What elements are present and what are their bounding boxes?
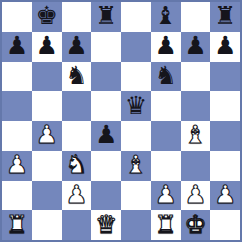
square-b7[interactable]: ♟: [32, 32, 62, 62]
square-g2[interactable]: ♟: [181, 181, 211, 211]
square-e8[interactable]: [121, 2, 151, 32]
white-pawn-b4: ♟: [35, 122, 57, 147]
white-rook-a1: ♜: [6, 212, 28, 237]
square-c3[interactable]: ♞: [62, 151, 92, 181]
square-d5[interactable]: [91, 91, 121, 121]
square-f7[interactable]: ♟: [151, 32, 181, 62]
white-pawn-a3: ♟: [6, 152, 28, 177]
white-rook-f1: ♜: [154, 212, 176, 237]
black-rook-d8: ♜: [95, 3, 117, 28]
white-knight-c3: ♞: [65, 152, 87, 177]
square-h2[interactable]: ♟: [210, 181, 240, 211]
black-knight-f6: ♞: [154, 63, 176, 88]
square-g4[interactable]: ♝: [181, 121, 211, 151]
black-pawn-a7: ♟: [6, 33, 28, 58]
black-pawn-c7: ♟: [65, 33, 87, 58]
square-b4[interactable]: ♟: [32, 121, 62, 151]
square-g5[interactable]: [181, 91, 211, 121]
square-a7[interactable]: ♟: [2, 32, 32, 62]
square-d8[interactable]: ♜: [91, 2, 121, 32]
square-h8[interactable]: ♜: [210, 2, 240, 32]
black-pawn-d4: ♟: [95, 122, 117, 147]
white-pawn-h2: ♟: [214, 182, 236, 207]
square-f5[interactable]: [151, 91, 181, 121]
square-b3[interactable]: [32, 151, 62, 181]
square-e3[interactable]: ♝: [121, 151, 151, 181]
square-d2[interactable]: [91, 181, 121, 211]
black-pawn-b7: ♟: [35, 33, 57, 58]
square-c7[interactable]: ♟: [62, 32, 92, 62]
square-h4[interactable]: [210, 121, 240, 151]
square-h5[interactable]: [210, 91, 240, 121]
square-e6[interactable]: [121, 62, 151, 92]
square-f4[interactable]: [151, 121, 181, 151]
square-c2[interactable]: ♟: [62, 181, 92, 211]
white-pawn-g2: ♟: [184, 182, 206, 207]
white-king-g1: ♚: [184, 212, 206, 237]
square-h7[interactable]: ♟: [210, 32, 240, 62]
square-h6[interactable]: [210, 62, 240, 92]
square-f8[interactable]: ♝: [151, 2, 181, 32]
square-d6[interactable]: [91, 62, 121, 92]
square-d3[interactable]: [91, 151, 121, 181]
square-e5[interactable]: ♛: [121, 91, 151, 121]
square-a5[interactable]: [2, 91, 32, 121]
black-king-b8: ♚: [35, 3, 57, 28]
square-c4[interactable]: [62, 121, 92, 151]
square-g6[interactable]: [181, 62, 211, 92]
square-d7[interactable]: [91, 32, 121, 62]
square-a3[interactable]: ♟: [2, 151, 32, 181]
white-bishop-e3: ♝: [125, 152, 147, 177]
square-e1[interactable]: [121, 210, 151, 240]
square-h1[interactable]: [210, 210, 240, 240]
square-g8[interactable]: [181, 2, 211, 32]
square-e2[interactable]: [121, 181, 151, 211]
square-b5[interactable]: [32, 91, 62, 121]
square-a1[interactable]: ♜: [2, 210, 32, 240]
black-pawn-g7: ♟: [184, 33, 206, 58]
square-e4[interactable]: [121, 121, 151, 151]
square-b6[interactable]: [32, 62, 62, 92]
black-pawn-h7: ♟: [214, 33, 236, 58]
square-f2[interactable]: ♟: [151, 181, 181, 211]
black-pawn-f7: ♟: [154, 33, 176, 58]
square-d1[interactable]: ♛: [91, 210, 121, 240]
chess-board-frame: ♚♜♝♜♟♟♟♟♟♟♞♞♛♟♟♝♟♞♝♟♟♟♟♜♛♜♚: [0, 0, 242, 242]
white-pawn-c2: ♟: [65, 182, 87, 207]
square-c1[interactable]: [62, 210, 92, 240]
square-a6[interactable]: [2, 62, 32, 92]
black-knight-c6: ♞: [65, 63, 87, 88]
square-f6[interactable]: ♞: [151, 62, 181, 92]
square-f1[interactable]: ♜: [151, 210, 181, 240]
white-bishop-g4: ♝: [184, 122, 206, 147]
black-bishop-f8: ♝: [154, 3, 176, 28]
square-c5[interactable]: [62, 91, 92, 121]
white-pawn-f2: ♟: [154, 182, 176, 207]
square-a8[interactable]: [2, 2, 32, 32]
square-g3[interactable]: [181, 151, 211, 181]
square-b2[interactable]: [32, 181, 62, 211]
square-c6[interactable]: ♞: [62, 62, 92, 92]
square-a2[interactable]: [2, 181, 32, 211]
square-c8[interactable]: [62, 2, 92, 32]
square-g7[interactable]: ♟: [181, 32, 211, 62]
square-d4[interactable]: ♟: [91, 121, 121, 151]
chess-board: ♚♜♝♜♟♟♟♟♟♟♞♞♛♟♟♝♟♞♝♟♟♟♟♜♛♜♚: [2, 2, 240, 240]
white-queen-d1: ♛: [95, 212, 117, 237]
square-b8[interactable]: ♚: [32, 2, 62, 32]
square-f3[interactable]: [151, 151, 181, 181]
square-e7[interactable]: [121, 32, 151, 62]
square-b1[interactable]: [32, 210, 62, 240]
black-rook-h8: ♜: [214, 3, 236, 28]
square-g1[interactable]: ♚: [181, 210, 211, 240]
black-queen-e5: ♛: [125, 93, 147, 118]
square-a4[interactable]: [2, 121, 32, 151]
square-h3[interactable]: [210, 151, 240, 181]
